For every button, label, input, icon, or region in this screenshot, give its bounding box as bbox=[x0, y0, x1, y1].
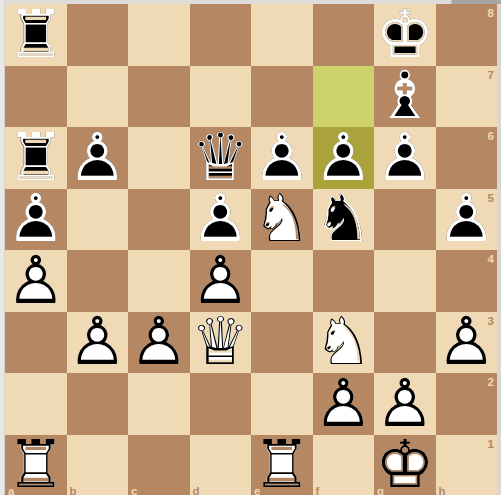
file-label-b: b bbox=[70, 485, 77, 495]
piece-white-pawn[interactable]: ♟♙ bbox=[5, 250, 67, 312]
square-g6[interactable]: ♟♙ bbox=[374, 127, 436, 189]
square-f1[interactable]: f bbox=[313, 435, 375, 495]
square-f8[interactable] bbox=[313, 4, 375, 66]
rank-label-7: 7 bbox=[488, 69, 494, 81]
square-f5[interactable]: ♞♘ bbox=[313, 189, 375, 251]
square-f2[interactable]: ♟♙ bbox=[313, 373, 375, 435]
rank-label-8: 8 bbox=[488, 7, 494, 19]
square-b5[interactable] bbox=[67, 189, 129, 251]
rank-label-4: 4 bbox=[488, 253, 494, 265]
square-c8[interactable] bbox=[128, 4, 190, 66]
square-d1[interactable]: d bbox=[190, 435, 252, 495]
square-c1[interactable]: c bbox=[128, 435, 190, 495]
file-label-c: c bbox=[131, 485, 137, 495]
file-label-f: f bbox=[316, 485, 320, 495]
black-rook-detail: ♖ bbox=[6, 2, 65, 68]
square-c2[interactable] bbox=[128, 373, 190, 435]
square-b3[interactable]: ♟♙ bbox=[67, 312, 129, 374]
rank-label-6: 6 bbox=[488, 130, 494, 142]
right-margin bbox=[497, 4, 501, 495]
square-c7[interactable] bbox=[128, 66, 190, 128]
chess-app-screen: ♜♖♚♔8♝♗7♜♖♟♙♛♕♟♙♟♙♟♙6♟♙♟♙♞♘♞♘♟♙5♟♙♟♙4♟♙♟… bbox=[0, 0, 501, 495]
square-g4[interactable] bbox=[374, 250, 436, 312]
piece-white-pawn[interactable]: ♟♙ bbox=[128, 312, 190, 374]
square-h2[interactable]: 2 bbox=[436, 373, 498, 435]
square-h7[interactable]: 7 bbox=[436, 66, 498, 128]
square-e3[interactable] bbox=[251, 312, 313, 374]
file-label-h: h bbox=[439, 485, 446, 495]
piece-black-rook[interactable]: ♜♖ bbox=[5, 4, 67, 66]
square-e8[interactable] bbox=[251, 4, 313, 66]
white-pawn-detail: ♙ bbox=[314, 371, 373, 437]
file-label-e: e bbox=[254, 485, 260, 495]
piece-white-queen[interactable]: ♛♕ bbox=[190, 312, 252, 374]
chess-board: ♜♖♚♔8♝♗7♜♖♟♙♛♕♟♙♟♙♟♙6♟♙♟♙♞♘♞♘♟♙5♟♙♟♙4♟♙♟… bbox=[5, 4, 497, 495]
white-pawn-detail: ♙ bbox=[6, 248, 65, 314]
white-knight-detail: ♘ bbox=[252, 186, 311, 252]
white-rook-detail: ♖ bbox=[6, 432, 65, 495]
square-c6[interactable] bbox=[128, 127, 190, 189]
square-e5[interactable]: ♞♘ bbox=[251, 189, 313, 251]
square-g1[interactable]: ♚♔g bbox=[374, 435, 436, 495]
white-queen-detail: ♕ bbox=[191, 309, 250, 375]
square-a4[interactable]: ♟♙ bbox=[5, 250, 67, 312]
piece-white-pawn[interactable]: ♟♙ bbox=[67, 312, 129, 374]
square-c5[interactable] bbox=[128, 189, 190, 251]
square-e4[interactable] bbox=[251, 250, 313, 312]
square-g5[interactable] bbox=[374, 189, 436, 251]
square-e1[interactable]: ♜♖e bbox=[251, 435, 313, 495]
file-label-g: g bbox=[377, 485, 384, 495]
black-pawn-detail: ♙ bbox=[68, 125, 127, 191]
piece-white-knight[interactable]: ♞♘ bbox=[251, 189, 313, 251]
square-b6[interactable]: ♟♙ bbox=[67, 127, 129, 189]
file-label-d: d bbox=[193, 485, 200, 495]
square-h5[interactable]: ♟♙5 bbox=[436, 189, 498, 251]
square-h1[interactable]: 1h bbox=[436, 435, 498, 495]
black-knight-detail: ♘ bbox=[314, 186, 373, 252]
rank-label-2: 2 bbox=[488, 376, 494, 388]
square-c3[interactable]: ♟♙ bbox=[128, 312, 190, 374]
black-pawn-detail: ♙ bbox=[375, 125, 434, 191]
piece-black-knight[interactable]: ♞♘ bbox=[313, 189, 375, 251]
square-h3[interactable]: ♟♙3 bbox=[436, 312, 498, 374]
square-b1[interactable]: b bbox=[67, 435, 129, 495]
rank-label-5: 5 bbox=[488, 192, 494, 204]
file-label-a: a bbox=[8, 485, 14, 495]
piece-black-pawn[interactable]: ♟♙ bbox=[67, 127, 129, 189]
white-rook-detail: ♖ bbox=[252, 432, 311, 495]
square-b2[interactable] bbox=[67, 373, 129, 435]
square-b8[interactable] bbox=[67, 4, 129, 66]
square-a1[interactable]: ♜♖a bbox=[5, 435, 67, 495]
white-pawn-detail: ♙ bbox=[68, 309, 127, 375]
piece-white-pawn[interactable]: ♟♙ bbox=[313, 373, 375, 435]
white-king-detail: ♔ bbox=[375, 432, 434, 495]
square-a8[interactable]: ♜♖ bbox=[5, 4, 67, 66]
square-d3[interactable]: ♛♕ bbox=[190, 312, 252, 374]
piece-black-pawn[interactable]: ♟♙ bbox=[374, 127, 436, 189]
rank-label-1: 1 bbox=[488, 438, 494, 450]
square-a3[interactable] bbox=[5, 312, 67, 374]
rank-label-3: 3 bbox=[488, 315, 494, 327]
square-h8[interactable]: 8 bbox=[436, 4, 498, 66]
white-pawn-detail: ♙ bbox=[129, 309, 188, 375]
square-d2[interactable] bbox=[190, 373, 252, 435]
square-d8[interactable] bbox=[190, 4, 252, 66]
